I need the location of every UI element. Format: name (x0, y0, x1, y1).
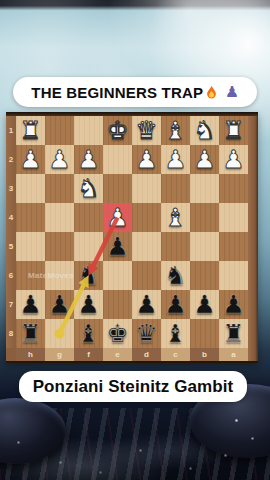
file-label-d: d (132, 348, 161, 361)
square-b8[interactable] (190, 319, 219, 348)
square-e8[interactable]: ♚ (103, 319, 132, 348)
square-a8[interactable]: ♜ (219, 319, 248, 348)
square-f8[interactable]: ♝ (74, 319, 103, 348)
white-pawn[interactable]: ♟ (77, 145, 99, 174)
square-c8[interactable]: ♝ (161, 319, 190, 348)
rank-label-7: 7 (6, 290, 16, 319)
square-g6[interactable] (45, 261, 74, 290)
square-a5[interactable] (219, 232, 248, 261)
white-queen[interactable]: ♛ (135, 116, 157, 145)
square-f7[interactable]: ♟ (74, 290, 103, 319)
square-e2[interactable] (103, 145, 132, 174)
black-pawn[interactable]: ♟ (106, 232, 128, 261)
black-pawn[interactable]: ♟ (19, 290, 41, 319)
square-c2[interactable]: ♟ (161, 145, 190, 174)
square-h1[interactable]: ♜ (16, 116, 45, 145)
white-king[interactable]: ♚ (106, 116, 128, 145)
square-b4[interactable] (190, 203, 219, 232)
square-d1[interactable]: ♛ (132, 116, 161, 145)
square-b5[interactable] (190, 232, 219, 261)
square-b3[interactable] (190, 174, 219, 203)
square-b6[interactable] (190, 261, 219, 290)
square-e6[interactable] (103, 261, 132, 290)
square-d8[interactable]: ♛ (132, 319, 161, 348)
black-pawn[interactable]: ♟ (77, 290, 99, 319)
square-h2[interactable]: ♟ (16, 145, 45, 174)
square-a1[interactable]: ♜ (219, 116, 248, 145)
caption-banner: Ponziani Steinitz Gambit (19, 371, 247, 402)
square-g5[interactable] (45, 232, 74, 261)
square-c4[interactable]: ♝ (161, 203, 190, 232)
square-a3[interactable] (219, 174, 248, 203)
file-label-b: b (190, 348, 219, 361)
square-d2[interactable]: ♟ (132, 145, 161, 174)
board-frame-right (248, 116, 258, 361)
black-bishop[interactable]: ♝ (77, 319, 99, 348)
rank-label-3: 3 (6, 174, 16, 203)
black-pawn[interactable]: ♟ (193, 290, 215, 319)
white-pawn[interactable]: ♟ (193, 145, 215, 174)
file-label-c: c (161, 348, 190, 361)
square-e1[interactable]: ♚ (103, 116, 132, 145)
file-label-g: g (45, 348, 74, 361)
square-h3[interactable] (16, 174, 45, 203)
board-frame-corner (6, 348, 16, 361)
square-f5[interactable] (74, 232, 103, 261)
title-text: THE BEGINNERS TRAP (31, 84, 203, 101)
rank-label-5: 5 (6, 232, 16, 261)
square-c6[interactable]: ♞ (161, 261, 190, 290)
white-pawn[interactable]: ♟ (164, 145, 186, 174)
pawn-emoji-icon: ♟ (225, 85, 238, 100)
square-h7[interactable]: ♟ (16, 290, 45, 319)
square-d4[interactable] (132, 203, 161, 232)
square-f6[interactable]: ♞ (74, 261, 103, 290)
black-rook[interactable]: ♜ (19, 319, 41, 348)
square-d6[interactable] (132, 261, 161, 290)
square-b1[interactable]: ♞ (190, 116, 219, 145)
white-pawn[interactable]: ♟ (135, 145, 157, 174)
black-rook[interactable]: ♜ (222, 319, 244, 348)
white-pawn[interactable]: ♟ (106, 203, 128, 232)
square-f1[interactable] (74, 116, 103, 145)
background-stars (0, 0, 1, 1)
square-c1[interactable]: ♝ (161, 116, 190, 145)
rank-label-8: 8 (6, 319, 16, 348)
fire-emoji-icon (204, 85, 219, 100)
black-bishop[interactable]: ♝ (164, 319, 186, 348)
chess-board[interactable]: 12345678 ♜♚♛♝♞♜♟♟♟♟♟♟♟♞♟♝♟♞♞♟♟♟♟♟♟♟♜♝♚♛♝… (6, 112, 258, 363)
square-h4[interactable] (16, 203, 45, 232)
board-squares[interactable]: ♜♚♛♝♞♜♟♟♟♟♟♟♟♞♟♝♟♞♞♟♟♟♟♟♟♟♜♝♚♛♝♜ (16, 116, 248, 348)
black-pawn[interactable]: ♟ (164, 290, 186, 319)
square-e3[interactable] (103, 174, 132, 203)
square-c3[interactable] (161, 174, 190, 203)
file-labels: hgfedcba (16, 348, 248, 361)
white-knight[interactable]: ♞ (193, 116, 215, 145)
black-queen[interactable]: ♛ (135, 319, 157, 348)
square-b2[interactable]: ♟ (190, 145, 219, 174)
rank-labels: 12345678 (6, 116, 16, 348)
white-pawn[interactable]: ♟ (48, 145, 70, 174)
black-knight[interactable]: ♞ (164, 261, 186, 290)
white-bishop[interactable]: ♝ (164, 203, 186, 232)
rank-label-2: 2 (6, 145, 16, 174)
square-h8[interactable]: ♜ (16, 319, 45, 348)
square-d7[interactable]: ♟ (132, 290, 161, 319)
file-label-h: h (16, 348, 45, 361)
white-pawn[interactable]: ♟ (222, 145, 244, 174)
file-label-e: e (103, 348, 132, 361)
file-label-f: f (74, 348, 103, 361)
square-g8[interactable] (45, 319, 74, 348)
white-bishop[interactable]: ♝ (164, 116, 186, 145)
square-e4[interactable]: ♟ (103, 203, 132, 232)
square-g2[interactable]: ♟ (45, 145, 74, 174)
square-g1[interactable] (45, 116, 74, 145)
white-knight[interactable]: ♞ (77, 174, 99, 203)
square-e7[interactable] (103, 290, 132, 319)
black-king[interactable]: ♚ (106, 319, 128, 348)
white-pawn[interactable]: ♟ (19, 145, 41, 174)
black-pawn[interactable]: ♟ (48, 290, 70, 319)
square-g3[interactable] (45, 174, 74, 203)
board-frame-bottom (6, 361, 258, 363)
square-c7[interactable]: ♟ (161, 290, 190, 319)
square-h5[interactable] (16, 232, 45, 261)
square-d5[interactable] (132, 232, 161, 261)
caption-text: Ponziani Steinitz Gambit (33, 377, 234, 397)
rank-label-1: 1 (6, 116, 16, 145)
file-label-a: a (219, 348, 248, 361)
square-g7[interactable]: ♟ (45, 290, 74, 319)
white-rook[interactable]: ♜ (222, 116, 244, 145)
black-pawn[interactable]: ♟ (135, 290, 157, 319)
rank-label-4: 4 (6, 203, 16, 232)
title-banner: THE BEGINNERS TRAP ♟ (13, 77, 257, 107)
square-a4[interactable] (219, 203, 248, 232)
square-e5[interactable]: ♟ (103, 232, 132, 261)
square-h6[interactable] (16, 261, 45, 290)
square-g4[interactable] (45, 203, 74, 232)
square-f4[interactable] (74, 203, 103, 232)
white-rook[interactable]: ♜ (19, 116, 41, 145)
rank-label-6: 6 (6, 261, 16, 290)
square-c5[interactable] (161, 232, 190, 261)
square-a6[interactable] (219, 261, 248, 290)
square-a7[interactable]: ♟ (219, 290, 248, 319)
square-a2[interactable]: ♟ (219, 145, 248, 174)
video-frame: THE BEGINNERS TRAP ♟ 12345678 ♜♚♛♝♞♜♟♟♟♟… (0, 0, 270, 480)
square-f3[interactable]: ♞ (74, 174, 103, 203)
square-f2[interactable]: ♟ (74, 145, 103, 174)
square-b7[interactable]: ♟ (190, 290, 219, 319)
square-d3[interactable] (132, 174, 161, 203)
black-knight[interactable]: ♞ (77, 261, 99, 290)
black-pawn[interactable]: ♟ (222, 290, 244, 319)
